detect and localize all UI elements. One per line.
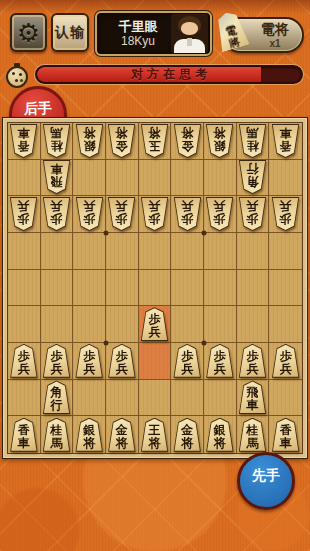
sente-badge: 先手: [237, 452, 295, 510]
board-cell[interactable]: [8, 270, 41, 307]
board-cell[interactable]: 歩兵: [237, 343, 270, 380]
shogi-piece[interactable]: 歩兵: [238, 344, 267, 378]
board-cell[interactable]: 歩兵: [106, 343, 139, 380]
shogi-piece[interactable]: 飛車: [42, 160, 71, 194]
board-cell[interactable]: 歩兵: [269, 343, 302, 380]
board-cell[interactable]: [237, 270, 270, 307]
board-cell[interactable]: [204, 160, 237, 197]
board-cell[interactable]: [171, 233, 204, 270]
avatar-collar: [187, 38, 192, 46]
board-cell[interactable]: [269, 306, 302, 343]
thinking-progress-bar: 对方在思考: [35, 65, 303, 84]
shogi-piece[interactable]: 銀将: [205, 124, 234, 158]
gear-icon: ⚙: [17, 20, 40, 46]
board-cell[interactable]: [106, 380, 139, 417]
board-cell[interactable]: 銀将: [204, 123, 237, 160]
board-cell[interactable]: 香車: [269, 416, 302, 453]
board-grid: 香車桂馬銀将金将玉将金将銀将桂馬香車飛車角行歩兵歩兵歩兵歩兵歩兵歩兵歩兵歩兵歩兵…: [7, 122, 303, 454]
board-cell[interactable]: [106, 233, 139, 270]
gote-badge-label: 后手: [24, 100, 52, 118]
ai-badge-text: 電将 x1: [250, 21, 300, 49]
board-cell[interactable]: [171, 306, 204, 343]
ai-badge-label: 電将: [261, 21, 289, 38]
shogi-piece[interactable]: 歩兵: [140, 307, 169, 341]
board-cell[interactable]: 歩兵: [139, 196, 172, 233]
board-cell[interactable]: [73, 306, 106, 343]
board-cell[interactable]: 銀将: [204, 416, 237, 453]
board-cell[interactable]: [73, 270, 106, 307]
shogi-piece[interactable]: 歩兵: [205, 197, 234, 231]
board-cell[interactable]: 歩兵: [73, 343, 106, 380]
shogi-piece[interactable]: 歩兵: [42, 197, 71, 231]
ai-badge-count: x1: [269, 38, 280, 49]
board-cell[interactable]: 銀将: [73, 123, 106, 160]
resign-button[interactable]: 认输: [51, 13, 89, 52]
board-cell[interactable]: 金将: [171, 416, 204, 453]
opponent-rank: 18Kyu: [121, 34, 155, 48]
board-cell[interactable]: [171, 160, 204, 197]
board-cell[interactable]: [269, 270, 302, 307]
board-cell[interactable]: 歩兵: [41, 343, 74, 380]
board-cell[interactable]: [139, 160, 172, 197]
shogi-piece[interactable]: 角行: [42, 380, 71, 414]
board-cell[interactable]: [269, 160, 302, 197]
board-cell[interactable]: 歩兵: [237, 196, 270, 233]
board-cell[interactable]: [73, 380, 106, 417]
board-cell[interactable]: [204, 270, 237, 307]
board-cell[interactable]: [269, 233, 302, 270]
board-cell[interactable]: 香車: [8, 123, 41, 160]
board-cell[interactable]: [139, 233, 172, 270]
board-cell[interactable]: [41, 306, 74, 343]
shogi-piece[interactable]: 角行: [238, 160, 267, 194]
status-text: 对方在思考: [37, 67, 301, 82]
ai-opponent-badge[interactable]: 電 將 電将 x1: [222, 17, 304, 53]
board-cell[interactable]: 桂馬: [237, 416, 270, 453]
board-cell[interactable]: 金将: [106, 416, 139, 453]
board-cell[interactable]: 玉将: [139, 123, 172, 160]
shogi-piece[interactable]: 香車: [271, 124, 300, 158]
board-cell[interactable]: [269, 380, 302, 417]
settings-button[interactable]: ⚙: [10, 13, 47, 52]
shogi-piece[interactable]: 歩兵: [140, 197, 169, 231]
shogi-piece[interactable]: 歩兵: [107, 344, 136, 378]
avatar-face: [181, 22, 198, 35]
board-cell[interactable]: 歩兵: [8, 196, 41, 233]
board-cell[interactable]: [204, 306, 237, 343]
board-cell[interactable]: 飛車: [41, 160, 74, 197]
board-cell[interactable]: [139, 380, 172, 417]
board-cell[interactable]: 桂馬: [237, 123, 270, 160]
opponent-info: 千里眼 18Kyu: [105, 19, 171, 48]
shogi-piece[interactable]: 歩兵: [9, 197, 38, 231]
board-cell[interactable]: [237, 233, 270, 270]
board-cell[interactable]: 歩兵: [171, 196, 204, 233]
shogi-piece[interactable]: 歩兵: [238, 197, 267, 231]
board-cell[interactable]: [41, 270, 74, 307]
board-cell[interactable]: 角行: [237, 160, 270, 197]
board-cell[interactable]: 桂馬: [41, 416, 74, 453]
shogi-piece[interactable]: 銀将: [205, 418, 234, 452]
shogi-piece[interactable]: 玉将: [140, 124, 169, 158]
shogi-piece[interactable]: 歩兵: [75, 344, 104, 378]
board-cell[interactable]: [171, 270, 204, 307]
timer-icon: [6, 66, 28, 88]
board-cell[interactable]: [139, 343, 172, 380]
ai-piece-char-bottom: 將: [228, 35, 242, 50]
board-cell[interactable]: 桂馬: [41, 123, 74, 160]
board-cell[interactable]: [204, 233, 237, 270]
shogi-piece[interactable]: 王将: [140, 418, 169, 452]
shogi-piece[interactable]: 金将: [107, 418, 136, 452]
board-cell[interactable]: 歩兵: [8, 343, 41, 380]
opponent-name: 千里眼: [119, 19, 158, 34]
board-cell[interactable]: [106, 160, 139, 197]
board-cell[interactable]: 歩兵: [41, 196, 74, 233]
board-cell[interactable]: [41, 233, 74, 270]
shogi-piece[interactable]: 歩兵: [42, 344, 71, 378]
board-cell[interactable]: 飛車: [237, 380, 270, 417]
shogi-piece[interactable]: 金将: [173, 418, 202, 452]
shogi-piece[interactable]: 香車: [9, 124, 38, 158]
board-cell[interactable]: 歩兵: [171, 343, 204, 380]
shogi-piece[interactable]: 銀将: [75, 418, 104, 452]
shogi-piece[interactable]: 歩兵: [75, 197, 104, 231]
board-cell[interactable]: [73, 160, 106, 197]
board-cell[interactable]: 歩兵: [269, 196, 302, 233]
board-cell[interactable]: 角行: [41, 380, 74, 417]
shogi-piece[interactable]: 銀将: [75, 124, 104, 158]
board-cell[interactable]: 歩兵: [204, 343, 237, 380]
board-cell[interactable]: 金将: [171, 123, 204, 160]
shogi-board: 香車桂馬銀将金将玉将金将銀将桂馬香車飛車角行歩兵歩兵歩兵歩兵歩兵歩兵歩兵歩兵歩兵…: [2, 117, 308, 459]
shogi-piece[interactable]: 金将: [107, 124, 136, 158]
board-cell[interactable]: [8, 380, 41, 417]
board-cell[interactable]: [8, 233, 41, 270]
board-cell[interactable]: 王将: [139, 416, 172, 453]
board-cell[interactable]: [8, 306, 41, 343]
resign-button-label: 认输: [55, 24, 85, 42]
shogi-piece[interactable]: 歩兵: [271, 197, 300, 231]
hoshi-dot: [104, 231, 109, 236]
shogi-piece[interactable]: 桂馬: [238, 418, 267, 452]
board-cell[interactable]: 香車: [269, 123, 302, 160]
shogi-piece[interactable]: 金将: [173, 124, 202, 158]
board-cell[interactable]: [204, 380, 237, 417]
shogi-piece[interactable]: 香車: [271, 418, 300, 452]
shogi-piece[interactable]: 歩兵: [173, 344, 202, 378]
shogi-piece[interactable]: 香車: [9, 418, 38, 452]
hoshi-dot: [202, 231, 207, 236]
shogi-piece[interactable]: 歩兵: [205, 344, 234, 378]
board-cell[interactable]: 歩兵: [204, 196, 237, 233]
board-cell[interactable]: 銀将: [73, 416, 106, 453]
shogi-piece[interactable]: 歩兵: [9, 344, 38, 378]
board-cell[interactable]: 金将: [106, 123, 139, 160]
ai-piece-icon: 電 將: [211, 9, 250, 53]
board-cell[interactable]: 歩兵: [139, 306, 172, 343]
sente-badge-label: 先手: [252, 467, 280, 485]
board-cell[interactable]: [73, 233, 106, 270]
shogi-piece[interactable]: 歩兵: [271, 344, 300, 378]
opponent-avatar: [171, 14, 208, 53]
shogi-piece[interactable]: 桂馬: [42, 418, 71, 452]
board-cell[interactable]: [139, 270, 172, 307]
board-cell[interactable]: 歩兵: [73, 196, 106, 233]
board-cell[interactable]: [171, 380, 204, 417]
shogi-piece[interactable]: 飛車: [238, 380, 267, 414]
board-cell[interactable]: [106, 306, 139, 343]
board-cell[interactable]: 歩兵: [106, 196, 139, 233]
shogi-game-screen: ⚙ 认输 千里眼 18Kyu 電 將 電将 x1 对方在思考 后手: [0, 0, 310, 551]
board-cell[interactable]: [237, 306, 270, 343]
shogi-piece[interactable]: 歩兵: [173, 197, 202, 231]
shogi-piece[interactable]: 桂馬: [42, 124, 71, 158]
shogi-piece[interactable]: 桂馬: [238, 124, 267, 158]
shogi-piece[interactable]: 歩兵: [107, 197, 136, 231]
board-cell[interactable]: 香車: [8, 416, 41, 453]
board-cell[interactable]: [106, 270, 139, 307]
board-cell[interactable]: [8, 160, 41, 197]
opponent-panel: 千里眼 18Kyu: [95, 11, 212, 56]
